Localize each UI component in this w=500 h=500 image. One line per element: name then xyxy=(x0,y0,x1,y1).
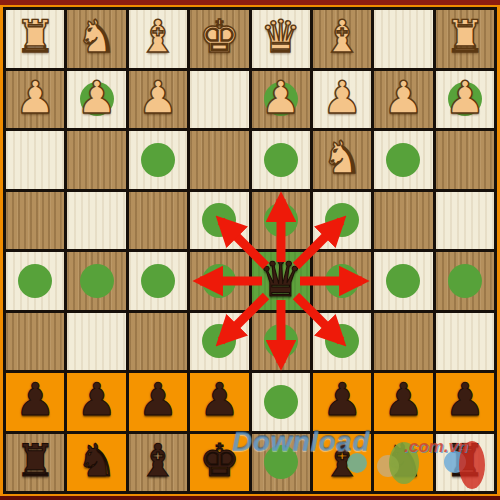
square-a2[interactable]: ♟ xyxy=(6,71,64,129)
square-a3[interactable] xyxy=(6,131,64,189)
white-pawn: ♟ xyxy=(138,75,178,120)
square-c1[interactable]: ♝ xyxy=(129,10,187,68)
black-pawn: ♟ xyxy=(138,377,178,422)
square-e7[interactable] xyxy=(252,373,310,431)
black-pawn: ♟ xyxy=(15,377,55,422)
square-a7[interactable]: ♟ xyxy=(6,373,64,431)
square-c3[interactable] xyxy=(129,131,187,189)
square-g5[interactable] xyxy=(374,252,432,310)
black-pawn: ♟ xyxy=(383,377,423,422)
white-knight: ♞ xyxy=(322,135,362,180)
square-g1[interactable] xyxy=(374,10,432,68)
black-pawn: ♟ xyxy=(199,377,239,422)
square-g4[interactable] xyxy=(374,192,432,250)
square-d2[interactable] xyxy=(190,71,248,129)
white-queen: ♛ xyxy=(261,14,301,59)
bottom-border-strip xyxy=(0,496,500,500)
square-b7[interactable]: ♟ xyxy=(67,373,125,431)
square-e2[interactable]: ♟ xyxy=(252,71,310,129)
square-h7[interactable]: ♟ xyxy=(436,373,494,431)
square-h3[interactable] xyxy=(436,131,494,189)
square-f5[interactable] xyxy=(313,252,371,310)
square-c4[interactable] xyxy=(129,192,187,250)
square-f8[interactable]: ♝ xyxy=(313,434,371,492)
square-c6[interactable] xyxy=(129,313,187,371)
square-b3[interactable] xyxy=(67,131,125,189)
black-knight: ♞ xyxy=(76,438,116,483)
square-e4[interactable] xyxy=(252,192,310,250)
square-e6[interactable] xyxy=(252,313,310,371)
white-bishop: ♝ xyxy=(322,14,362,59)
white-rook: ♜ xyxy=(445,14,485,59)
square-g6[interactable] xyxy=(374,313,432,371)
square-f7[interactable]: ♟ xyxy=(313,373,371,431)
square-h5[interactable] xyxy=(436,252,494,310)
white-king: ♚ xyxy=(199,14,239,59)
black-pawn: ♟ xyxy=(322,377,362,422)
square-c5[interactable] xyxy=(129,252,187,310)
black-rook: ♜ xyxy=(445,438,485,483)
white-pawn: ♟ xyxy=(15,75,55,120)
black-pawn: ♟ xyxy=(445,377,485,422)
black-knight: ♞ xyxy=(383,438,423,483)
square-b4[interactable] xyxy=(67,192,125,250)
white-knight: ♞ xyxy=(76,14,116,59)
square-d5[interactable] xyxy=(190,252,248,310)
chess-app: ♜♞♝♚♛♝♜♟♟♟♟♟♟♟♞♛♟♟♟♟♟♟♟♜♞♝♚♝♞♜ Download … xyxy=(0,0,500,500)
board-frame: ♜♞♝♚♛♝♜♟♟♟♟♟♟♟♞♛♟♟♟♟♟♟♟♜♞♝♚♝♞♜ xyxy=(0,5,500,496)
square-d4[interactable] xyxy=(190,192,248,250)
square-c7[interactable]: ♟ xyxy=(129,373,187,431)
square-a4[interactable] xyxy=(6,192,64,250)
move-dot xyxy=(325,324,359,358)
white-pawn: ♟ xyxy=(76,75,116,120)
square-e3[interactable] xyxy=(252,131,310,189)
square-d7[interactable]: ♟ xyxy=(190,373,248,431)
square-e8[interactable] xyxy=(252,434,310,492)
black-king: ♚ xyxy=(199,438,239,483)
square-f3[interactable]: ♞ xyxy=(313,131,371,189)
square-h2[interactable]: ♟ xyxy=(436,71,494,129)
square-f4[interactable] xyxy=(313,192,371,250)
square-h4[interactable] xyxy=(436,192,494,250)
square-f6[interactable] xyxy=(313,313,371,371)
move-dot xyxy=(448,264,482,298)
square-g7[interactable]: ♟ xyxy=(374,373,432,431)
square-h6[interactable] xyxy=(436,313,494,371)
move-dot xyxy=(264,385,298,419)
square-b1[interactable]: ♞ xyxy=(67,10,125,68)
square-e5[interactable]: ♛ xyxy=(252,252,310,310)
square-b2[interactable]: ♟ xyxy=(67,71,125,129)
move-dot xyxy=(264,445,298,479)
move-dot xyxy=(141,264,175,298)
square-d3[interactable] xyxy=(190,131,248,189)
square-b6[interactable] xyxy=(67,313,125,371)
square-b5[interactable] xyxy=(67,252,125,310)
square-a5[interactable] xyxy=(6,252,64,310)
black-bishop: ♝ xyxy=(322,438,362,483)
square-g8[interactable]: ♞ xyxy=(374,434,432,492)
square-h8[interactable]: ♜ xyxy=(436,434,494,492)
move-dot xyxy=(202,264,236,298)
square-a1[interactable]: ♜ xyxy=(6,10,64,68)
move-dot xyxy=(80,264,114,298)
black-bishop: ♝ xyxy=(138,438,178,483)
square-g3[interactable] xyxy=(374,131,432,189)
square-f1[interactable]: ♝ xyxy=(313,10,371,68)
move-dot xyxy=(202,324,236,358)
black-queen: ♛ xyxy=(258,254,303,304)
square-f2[interactable]: ♟ xyxy=(313,71,371,129)
move-dot xyxy=(264,143,298,177)
square-d1[interactable]: ♚ xyxy=(190,10,248,68)
white-rook: ♜ xyxy=(15,14,55,59)
move-dot xyxy=(18,264,52,298)
white-pawn: ♟ xyxy=(445,75,485,120)
top-border-strip xyxy=(0,0,500,5)
square-a8[interactable]: ♜ xyxy=(6,434,64,492)
black-rook: ♜ xyxy=(15,438,55,483)
square-b8[interactable]: ♞ xyxy=(67,434,125,492)
move-dot xyxy=(264,203,298,237)
move-dot xyxy=(325,264,359,298)
move-dot xyxy=(325,203,359,237)
white-pawn: ♟ xyxy=(383,75,423,120)
move-dot xyxy=(202,203,236,237)
white-bishop: ♝ xyxy=(138,14,178,59)
square-e1[interactable]: ♛ xyxy=(252,10,310,68)
square-d6[interactable] xyxy=(190,313,248,371)
square-c8[interactable]: ♝ xyxy=(129,434,187,492)
square-d8[interactable]: ♚ xyxy=(190,434,248,492)
move-dot xyxy=(264,324,298,358)
white-pawn: ♟ xyxy=(261,75,301,120)
chess-board: ♜♞♝♚♛♝♜♟♟♟♟♟♟♟♞♛♟♟♟♟♟♟♟♜♞♝♚♝♞♜ xyxy=(3,7,497,494)
white-pawn: ♟ xyxy=(322,75,362,120)
square-h1[interactable]: ♜ xyxy=(436,10,494,68)
move-dot xyxy=(141,143,175,177)
move-dot xyxy=(386,264,420,298)
square-a6[interactable] xyxy=(6,313,64,371)
black-pawn: ♟ xyxy=(76,377,116,422)
square-g2[interactable]: ♟ xyxy=(374,71,432,129)
move-dot xyxy=(386,143,420,177)
square-c2[interactable]: ♟ xyxy=(129,71,187,129)
